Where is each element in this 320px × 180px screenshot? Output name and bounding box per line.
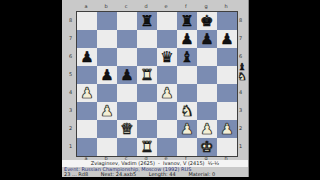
square-a5 [77, 66, 97, 84]
square-c7 [117, 30, 137, 48]
square-d5: ♜ [137, 66, 157, 84]
piece-black-king: ♚ [200, 12, 213, 30]
square-g2: ♟ [197, 120, 217, 138]
square-a3 [77, 102, 97, 120]
square-d4 [137, 84, 157, 102]
piece-black-pawn: ♟ [80, 48, 93, 66]
file-label-b: b [96, 4, 116, 9]
rank-label-1: 1 [69, 137, 72, 155]
rank-label-3: 3 [239, 101, 242, 119]
square-e8 [157, 12, 177, 30]
piece-white-pawn: ♟ [220, 120, 233, 138]
square-f6: ♝ [177, 48, 197, 66]
square-f2: ♟ [177, 120, 197, 138]
square-e6: ♛ [157, 48, 177, 66]
square-f4 [177, 84, 197, 102]
square-b6 [97, 48, 117, 66]
square-b8 [97, 12, 117, 30]
square-d6 [137, 48, 157, 66]
square-d7 [137, 30, 157, 48]
square-g7: ♟ [197, 30, 217, 48]
square-f7: ♟ [177, 30, 197, 48]
piece-white-king: ♚ [200, 138, 213, 156]
piece-black-rook: ♜ [180, 12, 193, 30]
square-f3: ♞ [177, 102, 197, 120]
rank-label-1: 1 [239, 137, 242, 155]
square-c4 [117, 84, 137, 102]
piece-black-pawn: ♟ [120, 66, 133, 84]
square-a2 [77, 120, 97, 138]
piece-white-knight: ♞ [180, 102, 193, 120]
piece-black-pawn: ♟ [100, 66, 113, 84]
piece-white-pawn: ♟ [200, 120, 213, 138]
rank-label-8: 8 [239, 11, 242, 29]
piece-white-queen: ♛ [120, 120, 133, 138]
square-a1 [77, 138, 97, 156]
square-g8: ♚ [197, 12, 217, 30]
piece-white-rook: ♜ [140, 138, 153, 156]
tray-white-knight: ♞ [238, 72, 247, 82]
square-h1 [217, 138, 237, 156]
piece-black-bishop: ♝ [180, 48, 193, 66]
video-frame: { "game": "chess", "position": { "fen": … [0, 0, 320, 180]
square-b2 [97, 120, 117, 138]
square-h7: ♟ [217, 30, 237, 48]
square-h6 [217, 48, 237, 66]
rank-label-6: 6 [69, 47, 72, 65]
piece-white-pawn: ♟ [100, 102, 113, 120]
file-label-d: d [136, 4, 156, 9]
square-c5: ♟ [117, 66, 137, 84]
square-d2 [137, 120, 157, 138]
square-g6 [197, 48, 217, 66]
square-h2: ♟ [217, 120, 237, 138]
move-info-line: 23 ... Rd8 Next: 24.axb5 Length: 44 Mate… [64, 172, 248, 177]
file-labels-top: abcdefgh [76, 4, 236, 9]
rank-label-2: 2 [69, 119, 72, 137]
square-a7 [77, 30, 97, 48]
square-e4: ♟ [157, 84, 177, 102]
square-f5 [177, 66, 197, 84]
square-e5 [157, 66, 177, 84]
square-h4 [217, 84, 237, 102]
square-g4 [197, 84, 217, 102]
square-e2 [157, 120, 177, 138]
rank-label-2: 2 [239, 119, 242, 137]
square-e3 [157, 102, 177, 120]
square-h8 [217, 12, 237, 30]
rank-label-7: 7 [239, 29, 242, 47]
file-label-g: g [196, 4, 216, 9]
square-d3 [137, 102, 157, 120]
square-g1: ♚ [197, 138, 217, 156]
piece-black-rook: ♜ [140, 12, 153, 30]
rank-label-4: 4 [239, 83, 242, 101]
piece-black-pawn: ♟ [200, 30, 213, 48]
square-d1: ♜ [137, 138, 157, 156]
square-b4 [97, 84, 117, 102]
square-c8 [117, 12, 137, 30]
rank-label-5: 5 [69, 65, 72, 83]
diagram-panel: abcdefgh 87654321 87654321 abcdefgh ♜♜♚♟… [62, 0, 249, 177]
chess-board: ♜♜♚♟♟♟♟♛♝♟♟♜♟♟♟♞♛♟♟♟♜♚ [76, 11, 238, 157]
piece-white-rook: ♜ [140, 66, 153, 84]
file-label-a: a [76, 4, 96, 9]
square-h3 [217, 102, 237, 120]
rank-label-4: 4 [69, 83, 72, 101]
square-c6 [117, 48, 137, 66]
file-label-h: h [216, 4, 236, 9]
square-c1 [117, 138, 137, 156]
rank-label-8: 8 [69, 11, 72, 29]
square-c2: ♛ [117, 120, 137, 138]
file-label-e: e [156, 4, 176, 9]
square-c3 [117, 102, 137, 120]
square-b3: ♟ [97, 102, 117, 120]
square-h5 [217, 66, 237, 84]
rank-label-3: 3 [69, 101, 72, 119]
piece-black-pawn: ♟ [220, 30, 233, 48]
square-a4: ♟ [77, 84, 97, 102]
file-label-c: c [116, 4, 136, 9]
square-d8: ♜ [137, 12, 157, 30]
square-b1 [97, 138, 117, 156]
square-e7 [157, 30, 177, 48]
square-e1 [157, 138, 177, 156]
material-tray: ♝♞ [236, 62, 248, 82]
square-g3 [197, 102, 217, 120]
square-b7 [97, 30, 117, 48]
piece-white-pawn: ♟ [80, 84, 93, 102]
rank-labels-right: 87654321 [239, 11, 242, 155]
rank-labels-left: 87654321 [69, 11, 72, 155]
square-a6: ♟ [77, 48, 97, 66]
square-f8: ♜ [177, 12, 197, 30]
square-a8 [77, 12, 97, 30]
square-f1 [177, 138, 197, 156]
rank-label-7: 7 [69, 29, 72, 47]
piece-white-pawn: ♟ [180, 120, 193, 138]
file-label-f: f [176, 4, 196, 9]
piece-white-pawn: ♟ [160, 84, 173, 102]
square-g5 [197, 66, 217, 84]
square-b5: ♟ [97, 66, 117, 84]
piece-black-pawn: ♟ [180, 30, 193, 48]
piece-black-queen: ♛ [160, 48, 173, 66]
